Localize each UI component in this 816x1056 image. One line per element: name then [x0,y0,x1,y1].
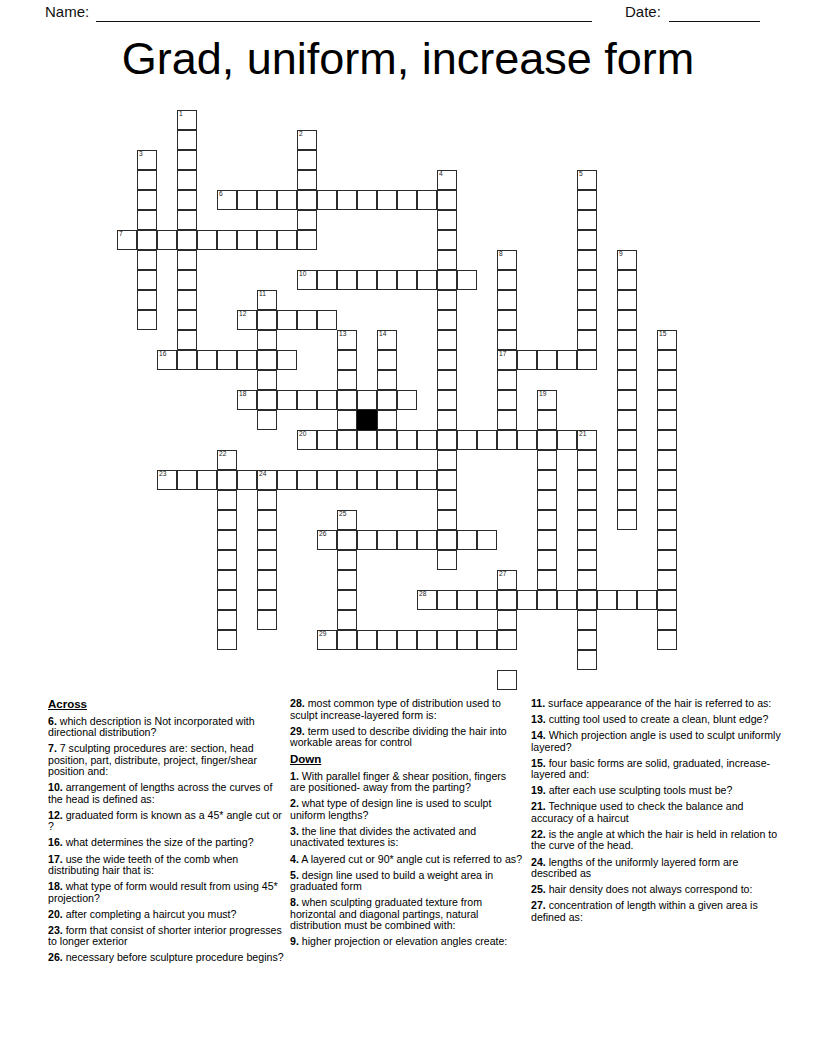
grid-cell-r26c14[interactable] [397,630,417,650]
grid-cell-r26c23[interactable] [577,630,597,650]
grid-cell-r11c13[interactable]: 14 [377,330,397,350]
cell-number-20: 20 [299,430,306,438]
grid-cell-r0c3[interactable]: 1 [177,110,197,130]
grid-cell-r8c19[interactable] [497,270,517,290]
grid-cell-r26c13[interactable] [377,630,397,650]
grid-cell-r21c21[interactable] [537,530,557,550]
grid-cell-r9c16[interactable] [437,290,457,310]
grid-cell-r21c11[interactable] [337,530,357,550]
grid-cell-r20c25[interactable] [617,510,637,530]
grid-cell-r8c23[interactable] [577,270,597,290]
grid-cell-r16c14[interactable] [397,430,417,450]
grid-cell-r23c23[interactable] [577,570,597,590]
grid-cell-r16c9[interactable]: 20 [297,430,317,450]
grid-cell-r18c10[interactable] [317,470,337,490]
grid-cell-r12c23[interactable] [577,350,597,370]
clue-across-26: 26. necessary before sculpture procedure… [48,952,285,964]
cell-number-3: 3 [139,150,143,158]
grid-cell-r6c7[interactable] [257,230,277,250]
clue-down-22: 22. is the angle at which the hair is he… [531,829,781,852]
grid-cell-r25c23[interactable] [577,610,597,630]
grid-cell-r19c7[interactable] [257,490,277,510]
cell-number-28: 28 [419,590,426,598]
grid-cell-r24c5[interactable] [217,590,237,610]
grid-cell-r14c21[interactable]: 19 [537,390,557,410]
grid-cell-r4c9[interactable] [297,190,317,210]
grid-cell-r16c27[interactable] [657,430,677,450]
grid-cell-r21c7[interactable] [257,530,277,550]
grid-cell-r21c15[interactable] [417,530,437,550]
grid-cell-r8c1[interactable] [137,270,157,290]
clue-across-10: 10. arrangement of lengths across the cu… [48,782,285,805]
grid-cell-r9c25[interactable] [617,290,637,310]
cell-number-24: 24 [259,470,266,478]
grid-cell-r26c15[interactable] [417,630,437,650]
name-field[interactable] [96,2,592,22]
grid-cell-r22c27[interactable] [657,550,677,570]
grid-cell-r21c16[interactable] [437,530,457,550]
grid-cell-r18c8[interactable] [277,470,297,490]
grid-cell-r17c27[interactable] [657,450,677,470]
grid-cell-r8c12[interactable] [357,270,377,290]
grid-cell-r5c9[interactable] [297,210,317,230]
grid-cell-r16c18[interactable] [477,430,497,450]
grid-cell-r7c3[interactable] [177,250,197,270]
grid-cell-r9c1[interactable] [137,290,157,310]
grid-cell-r8c14[interactable] [397,270,417,290]
grid-cell-r12c7[interactable] [257,350,277,370]
grid-cell-r8c15[interactable] [417,270,437,290]
grid-cell-r18c5[interactable] [217,470,237,490]
grid-cell-r15c16[interactable] [437,410,457,430]
grid-cell-r26c19[interactable] [497,630,517,650]
grid-cell-r11c3[interactable] [177,330,197,350]
grid-cell-r12c8[interactable] [277,350,297,370]
grid-cell-r18c14[interactable] [397,470,417,490]
grid-cell-r3c16[interactable]: 4 [437,170,457,190]
grid-cell-r8c13[interactable] [377,270,397,290]
grid-cell-r10c16[interactable] [437,310,457,330]
grid-cell-r14c19[interactable] [497,390,517,410]
grid-cell-r14c11[interactable] [337,390,357,410]
grid-cell-r14c7[interactable] [257,390,277,410]
grid-cell-r12c20[interactable] [517,350,537,370]
grid-cell-r20c21[interactable] [537,510,557,530]
grid-cell-r7c19[interactable]: 8 [497,250,517,270]
grid-cell-r19c27[interactable] [657,490,677,510]
grid-cell-r13c7[interactable] [257,370,277,390]
grid-cell-r4c11[interactable] [337,190,357,210]
grid-cell-r2c3[interactable] [177,150,197,170]
grid-cell-r14c9[interactable] [297,390,317,410]
grid-cell-r4c13[interactable] [377,190,397,210]
grid-cell-r15c19[interactable] [497,410,517,430]
grid-cell-r22c16[interactable] [437,550,457,570]
grid-cell-r14c8[interactable] [277,390,297,410]
grid-cell-r2c1[interactable]: 3 [137,150,157,170]
grid-cell-r16c23[interactable]: 21 [577,430,597,450]
grid-cell-r6c16[interactable] [437,230,457,250]
grid-cell-r23c21[interactable] [537,570,557,590]
grid-cell-r18c21[interactable] [537,470,557,490]
grid-cell-r10c3[interactable] [177,310,197,330]
grid-cell-r24c7[interactable] [257,590,277,610]
cell-number-1: 1 [179,110,183,118]
grid-cell-r13c27[interactable] [657,370,677,390]
cell-number-17: 17 [499,350,506,358]
grid-cell-r24c18[interactable] [477,590,497,610]
grid-cell-r18c9[interactable] [297,470,317,490]
grid-cell-r4c6[interactable] [237,190,257,210]
grid-cell-r14c14[interactable] [397,390,417,410]
grid-cell-r4c23[interactable] [577,190,597,210]
grid-cell-r24c20[interactable] [517,590,537,610]
grid-cell-r16c19[interactable] [497,430,517,450]
cell-number-16: 16 [159,350,166,358]
grid-cell-r19c25[interactable] [617,490,637,510]
grid-cell-r10c1[interactable] [137,310,157,330]
grid-cell-r18c2[interactable]: 23 [157,470,177,490]
grid-cell-r14c6[interactable]: 18 [237,390,257,410]
grid-cell-r10c7[interactable] [257,310,277,330]
grid-cell-r12c2[interactable]: 16 [157,350,177,370]
grid-cell-r12c4[interactable] [197,350,217,370]
grid-cell-r16c17[interactable] [457,430,477,450]
grid-cell-r13c11[interactable] [337,370,357,390]
grid-cell-r17c21[interactable] [537,450,557,470]
grid-cell-r14c16[interactable] [437,390,457,410]
grid-cell-r19c5[interactable] [217,490,237,510]
clue-down-2: 2. what type of design line is used to s… [290,798,524,821]
grid-cell-r23c11[interactable] [337,570,357,590]
grid-cell-r4c1[interactable] [137,190,157,210]
grid-cell-r18c12[interactable] [357,470,377,490]
grid-cell-r18c25[interactable] [617,470,637,490]
grid-cell-r21c17[interactable] [457,530,477,550]
clue-down-11: 11. surface appearance of the hair is re… [531,698,781,710]
grid-cell-r4c16[interactable] [437,190,457,210]
grid-cell-r19c16[interactable] [437,490,457,510]
grid-cell-r10c8[interactable] [277,310,297,330]
down-clues-list: 1. With parallel finger & shear position… [290,771,524,948]
grid-cell-r7c16[interactable] [437,250,457,270]
clue-down-25: 25. hair density does not always corresp… [531,884,781,896]
grid-cell-r20c27[interactable] [657,510,677,530]
grid-cell-r13c19[interactable] [497,370,517,390]
grid-cell-r16c11[interactable] [337,430,357,450]
cell-number-27: 27 [499,570,506,578]
clue-down-19: 19. after each use sculpting tools must … [531,785,781,797]
grid-cell-r3c1[interactable] [137,170,157,190]
grid-cell-r16c20[interactable] [517,430,537,450]
clue-across-23: 23. form that consist of shorter interio… [48,925,285,948]
grid-cell-r4c3[interactable] [177,190,197,210]
grid-cell-r25c5[interactable] [217,610,237,630]
grid-cell-r27c23[interactable] [577,650,597,670]
grid-cell-r16c25[interactable] [617,430,637,450]
grid-cell-r11c23[interactable] [577,330,597,350]
grid-cell-r26c12[interactable] [357,630,377,650]
grid-cell-r25c7[interactable] [257,610,277,630]
grid-cell-r24c23[interactable] [577,590,597,610]
grid-cell-r13c16[interactable] [437,370,457,390]
clue-down-14: 14. Which projection angle is used to sc… [531,730,781,753]
grid-cell-r10c6[interactable]: 12 [237,310,257,330]
grid-cell-r18c7[interactable]: 24 [257,470,277,490]
grid-cell-r26c17[interactable] [457,630,477,650]
grid-cell-r6c23[interactable] [577,230,597,250]
grid-cell-r24c15[interactable]: 28 [417,590,437,610]
grid-cell-r23c7[interactable] [257,570,277,590]
cell-number-26: 26 [319,530,326,538]
grid-cell-r1c3[interactable] [177,130,197,150]
grid-cell-r23c19[interactable]: 27 [497,570,517,590]
grid-cell-r18c16[interactable] [437,470,457,490]
grid-cell-r12c3[interactable] [177,350,197,370]
grid-cell-r24c21[interactable] [537,590,557,610]
grid-cell-r16c22[interactable] [557,430,577,450]
grid-cell-r3c9[interactable] [297,170,317,190]
clue-across-18: 18. what type of form would result from … [48,881,285,904]
grid-cell-r10c23[interactable] [577,310,597,330]
grid-cell-r12c6[interactable] [237,350,257,370]
grid-cell-r9c3[interactable] [177,290,197,310]
grid-cell-r21c23[interactable] [577,530,597,550]
grid-cell-r16c12[interactable] [357,430,377,450]
cell-number-23: 23 [159,470,166,478]
clue-across-7: 7. 7 sculpting procedures are: section, … [48,743,285,778]
grid-cell-r12c5[interactable] [217,350,237,370]
grid-cell-r6c3[interactable] [177,230,197,250]
grid-cell-r21c13[interactable] [377,530,397,550]
clue-down-8: 8. when sculpting graduated texture from… [290,897,524,932]
grid-cell-r8c3[interactable] [177,270,197,290]
grid-cell-r21c27[interactable] [657,530,677,550]
grid-cell-r14c25[interactable] [617,390,637,410]
grid-cell-r12c13[interactable] [377,350,397,370]
grid-cell-r4c14[interactable] [397,190,417,210]
grid-cell-r14c12[interactable] [357,390,377,410]
grid-cell-r4c10[interactable] [317,190,337,210]
grid-cell-r23c5[interactable] [217,570,237,590]
grid-cell-r26c5[interactable] [217,630,237,650]
grid-cell-r16c13[interactable] [377,430,397,450]
grid-cell-r25c19[interactable] [497,610,517,630]
grid-cell-r15c27[interactable] [657,410,677,430]
grid-cell-r10c19[interactable] [497,310,517,330]
clue-down-3: 3. the line that divides the activated a… [290,826,524,849]
grid-cell-r18c6[interactable] [237,470,257,490]
grid-cell-r16c15[interactable] [417,430,437,450]
grid-cell-r15c21[interactable] [537,410,557,430]
grid-cell-r24c19[interactable] [497,590,517,610]
clue-across-17: 17. use the wide teeth of the comb when … [48,854,285,877]
grid-cell-r25c11[interactable] [337,610,357,630]
grid-cell-r15c13[interactable] [377,410,397,430]
grid-cell-r18c11[interactable] [337,470,357,490]
grid-cell-r5c1[interactable] [137,210,157,230]
grid-cell-r26c27[interactable] [657,630,677,650]
grid-cell-r24c27[interactable] [657,590,677,610]
grid-cell-r6c2[interactable] [157,230,177,250]
grid-cell-r19c23[interactable] [577,490,597,510]
grid-cell-r20c11[interactable]: 25 [337,510,357,530]
grid-cell-r18c3[interactable] [177,470,197,490]
grid-cell-r18c13[interactable] [377,470,397,490]
grid-cell-r5c3[interactable] [177,210,197,230]
grid-cell-r18c23[interactable] [577,470,597,490]
grid-cell-r16c16[interactable] [437,430,457,450]
grid-cell-r4c5[interactable]: 6 [217,190,237,210]
grid-cell-r13c13[interactable] [377,370,397,390]
grid-cell-r9c7[interactable]: 11 [257,290,277,310]
grid-cell-r22c23[interactable] [577,550,597,570]
grid-cell-r26c11[interactable] [337,630,357,650]
grid-cell-r14c13[interactable] [377,390,397,410]
grid-cell-r4c15[interactable] [417,190,437,210]
grid-cell-r9c23[interactable] [577,290,597,310]
grid-cell-r11c19[interactable] [497,330,517,350]
grid-cell-r17c25[interactable] [617,450,637,470]
grid-cell-r25c27[interactable] [657,610,677,630]
grid-cell-r6c9[interactable] [297,230,317,250]
grid-cell-r22c11[interactable] [337,550,357,570]
grid-cell-r24c11[interactable] [337,590,357,610]
grid-cell-r1c9[interactable]: 2 [297,130,317,150]
grid-cell-r17c5[interactable]: 22 [217,450,237,470]
cell-number-7: 7 [119,230,123,238]
grid-cell-r6c1[interactable] [137,230,157,250]
grid-cell-r8c10[interactable] [317,270,337,290]
grid-cell-r6c0[interactable]: 7 [117,230,137,250]
grid-cell-r21c10[interactable]: 26 [317,530,337,550]
across-clues-overflow: 28. most common type of distribution use… [290,698,524,749]
clue-down-9: 9. higher projection or elevation angles… [290,936,524,948]
grid-cell-r4c12[interactable] [357,190,377,210]
date-field[interactable] [669,2,760,22]
grid-cell-r16c10[interactable] [317,430,337,450]
grid-cell-r26c18[interactable] [477,630,497,650]
grid-cell-r12c21[interactable] [537,350,557,370]
grid-cell-r18c27[interactable] [657,470,677,490]
grid-cell-r8c16[interactable] [437,270,457,290]
crossword-grid: 1234567891011121314151617181920212223242… [117,110,677,690]
grid-cell-r10c9[interactable] [297,310,317,330]
grid-cell-r5c23[interactable] [577,210,597,230]
grid-cell-r21c14[interactable] [397,530,417,550]
grid-cell-r26c16[interactable] [437,630,457,650]
grid-cell-r11c16[interactable] [437,330,457,350]
grid-cell-r11c27[interactable]: 15 [657,330,677,350]
grid-cell-r26c10[interactable]: 29 [317,630,337,650]
grid-cell-r5c16[interactable] [437,210,457,230]
grid-cell-r20c23[interactable] [577,510,597,530]
grid-cell-r3c23[interactable]: 5 [577,170,597,190]
grid-cell-r28c19[interactable] [497,670,517,690]
grid-cell-r6c6[interactable] [237,230,257,250]
clue-down-24: 24. lengths of the uniformly layered for… [531,857,781,880]
grid-cell-r12c27[interactable] [657,350,677,370]
grid-cell-r12c25[interactable] [617,350,637,370]
grid-cell-r3c3[interactable] [177,170,197,190]
grid-cell-r11c7[interactable] [257,330,277,350]
grid-cell-r20c16[interactable] [437,510,457,530]
grid-cell-r15c25[interactable] [617,410,637,430]
grid-cell-r2c9[interactable] [297,150,317,170]
grid-cell-r13c25[interactable] [617,370,637,390]
cell-number-15: 15 [659,330,666,338]
worksheet-page: Name: Date: Grad, uniform, increase form… [0,0,816,1056]
grid-cell-r14c10[interactable] [317,390,337,410]
grid-cell-r24c16[interactable] [437,590,457,610]
down-heading: Down [290,753,524,766]
grid-cell-r12c16[interactable] [437,350,457,370]
grid-cell-r20c5[interactable] [217,510,237,530]
grid-cell-r16c21[interactable] [537,430,557,450]
grid-cell-r12c19[interactable]: 17 [497,350,517,370]
grid-cell-r12c11[interactable] [337,350,357,370]
grid-cell-r21c5[interactable] [217,530,237,550]
grid-cell-r24c22[interactable] [557,590,577,610]
grid-cell-r22c7[interactable] [257,550,277,570]
grid-cell-r9c19[interactable] [497,290,517,310]
grid-cell-r19c21[interactable] [537,490,557,510]
grid-cell-r6c8[interactable] [277,230,297,250]
grid-cell-r18c15[interactable] [417,470,437,490]
grid-cell-r10c25[interactable] [617,310,637,330]
grid-cell-r24c17[interactable] [457,590,477,610]
grid-cell-r12c22[interactable] [557,350,577,370]
name-label: Name: [45,3,89,20]
grid-cell-r7c25[interactable]: 9 [617,250,637,270]
grid-cell-r17c16[interactable] [437,450,457,470]
grid-cell-r18c4[interactable] [197,470,217,490]
clue-down-15: 15. four basic forms are solid, graduate… [531,758,781,781]
grid-cell-r24c25[interactable] [617,590,637,610]
grid-cell-r8c17[interactable] [457,270,477,290]
cell-number-29: 29 [319,630,326,638]
date-label: Date: [625,3,661,20]
grid-cell-r4c7[interactable] [257,190,277,210]
grid-cell-r11c11[interactable]: 13 [337,330,357,350]
grid-cell-r6c5[interactable] [217,230,237,250]
grid-cell-r6c4[interactable] [197,230,217,250]
grid-cell-r24c24[interactable] [597,590,617,610]
grid-cell-r15c11[interactable] [337,410,357,430]
grid-cell-r11c25[interactable] [617,330,637,350]
grid-cell-r17c23[interactable] [577,450,597,470]
grid-cell-r8c25[interactable] [617,270,637,290]
grid-cell-r23c27[interactable] [657,570,677,590]
grid-cell-r21c12[interactable] [357,530,377,550]
grid-cell-r14c27[interactable] [657,390,677,410]
grid-cell-r7c23[interactable] [577,250,597,270]
grid-cell-r21c18[interactable] [477,530,497,550]
grid-cell-r8c9[interactable]: 10 [297,270,317,290]
grid-cell-r22c21[interactable] [537,550,557,570]
grid-cell-r8c11[interactable] [337,270,357,290]
grid-cell-r4c8[interactable] [277,190,297,210]
grid-cell-r15c7[interactable] [257,410,277,430]
grid-cell-r10c10[interactable] [317,310,337,330]
clue-down-4: 4. A layered cut or 90* angle cut is ref… [290,854,524,866]
cell-number-13: 13 [339,330,346,338]
grid-cell-r7c1[interactable] [137,250,157,270]
grid-cell-r20c7[interactable] [257,510,277,530]
grid-cell-r24c26[interactable] [637,590,657,610]
cell-number-9: 9 [619,250,623,258]
grid-cell-r22c5[interactable] [217,550,237,570]
